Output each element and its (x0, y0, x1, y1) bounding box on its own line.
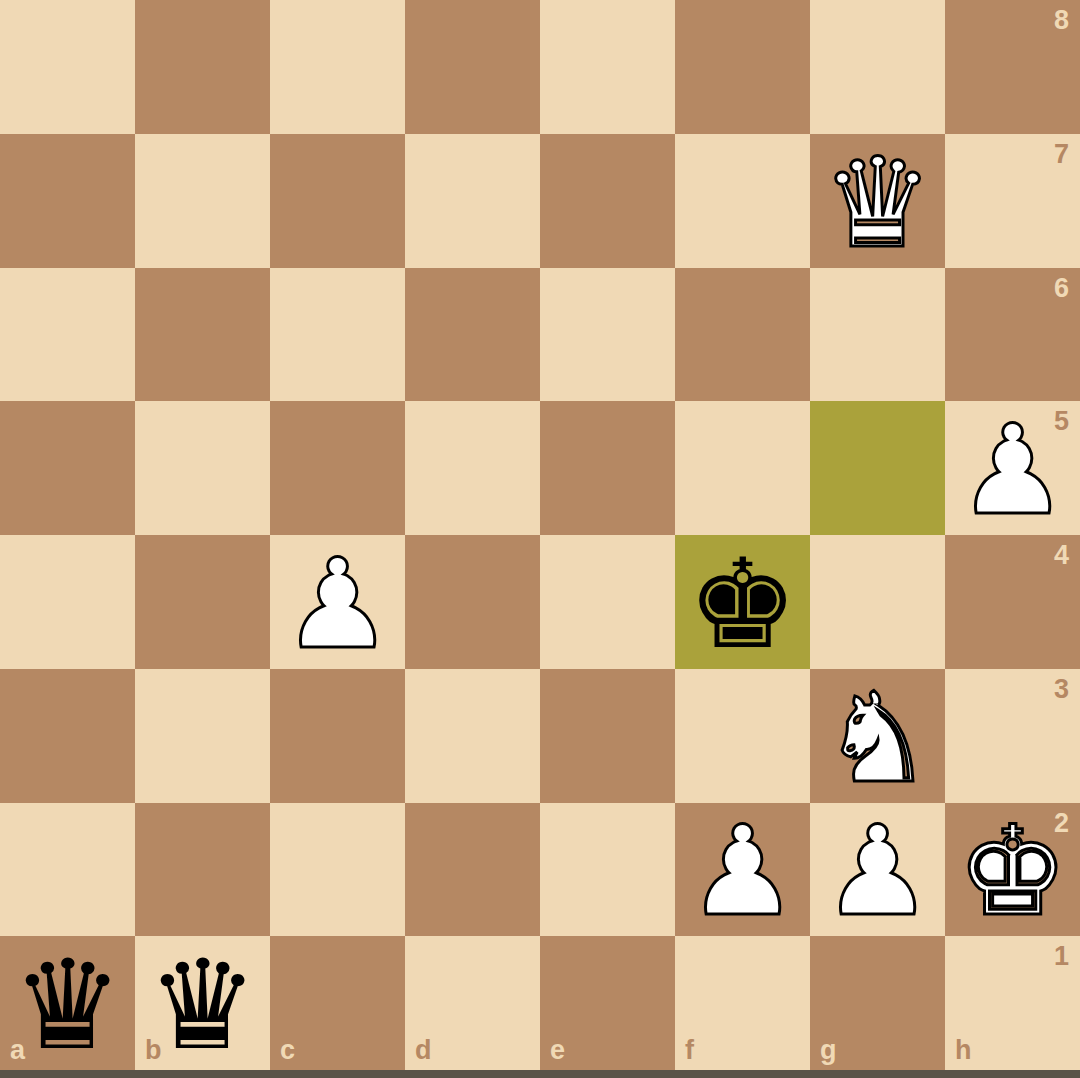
square-d2[interactable] (405, 803, 540, 937)
square-h7[interactable]: 7 (945, 134, 1080, 268)
square-g3[interactable]: ♞ (810, 669, 945, 803)
square-f4[interactable]: ♚ (675, 535, 810, 669)
square-e8[interactable] (540, 0, 675, 134)
square-d5[interactable] (405, 401, 540, 535)
square-g2[interactable]: ♟ (810, 803, 945, 937)
square-e5[interactable] (540, 401, 675, 535)
square-a1[interactable]: a♛ (0, 936, 135, 1070)
piece-white-pawn-g2[interactable]: ♟ (822, 809, 933, 933)
file-label-g: g (820, 1037, 837, 1064)
square-g4[interactable] (810, 535, 945, 669)
square-e2[interactable] (540, 803, 675, 937)
piece-white-pawn-f2[interactable]: ♟ (687, 809, 798, 933)
square-a7[interactable] (0, 134, 135, 268)
square-d1[interactable]: d (405, 936, 540, 1070)
square-c2[interactable] (270, 803, 405, 937)
square-g8[interactable] (810, 0, 945, 134)
square-c8[interactable] (270, 0, 405, 134)
square-h6[interactable]: 6 (945, 268, 1080, 402)
square-c1[interactable]: c (270, 936, 405, 1070)
square-e1[interactable]: e (540, 936, 675, 1070)
rank-label-4: 4 (1054, 542, 1069, 569)
piece-black-queen-b1[interactable]: ♛ (147, 943, 258, 1067)
rank-label-1: 1 (1054, 943, 1069, 970)
square-b3[interactable] (135, 669, 270, 803)
piece-white-pawn-h5[interactable]: ♟ (957, 408, 1068, 532)
square-b8[interactable] (135, 0, 270, 134)
square-f8[interactable] (675, 0, 810, 134)
file-label-c: c (280, 1037, 295, 1064)
square-f6[interactable] (675, 268, 810, 402)
square-h2[interactable]: 2♚ (945, 803, 1080, 937)
square-h3[interactable]: 3 (945, 669, 1080, 803)
piece-black-queen-a1[interactable]: ♛ (12, 943, 123, 1067)
square-d8[interactable] (405, 0, 540, 134)
square-b6[interactable] (135, 268, 270, 402)
square-a6[interactable] (0, 268, 135, 402)
piece-white-king-h2[interactable]: ♚ (957, 809, 1068, 933)
rank-label-3: 3 (1054, 676, 1069, 703)
square-f2[interactable]: ♟ (675, 803, 810, 937)
file-label-f: f (685, 1037, 694, 1064)
square-b1[interactable]: b♛ (135, 936, 270, 1070)
piece-white-knight-g3[interactable]: ♞ (822, 676, 933, 800)
square-b2[interactable] (135, 803, 270, 937)
square-a4[interactable] (0, 535, 135, 669)
rank-label-8: 8 (1054, 7, 1069, 34)
square-a2[interactable] (0, 803, 135, 937)
square-b5[interactable] (135, 401, 270, 535)
square-d3[interactable] (405, 669, 540, 803)
file-label-h: h (955, 1037, 972, 1064)
piece-white-queen-g7[interactable]: ♛ (822, 141, 933, 265)
square-h5[interactable]: 5♟ (945, 401, 1080, 535)
square-g7[interactable]: ♛ (810, 134, 945, 268)
square-b7[interactable] (135, 134, 270, 268)
square-c3[interactable] (270, 669, 405, 803)
square-f5[interactable] (675, 401, 810, 535)
rank-label-6: 6 (1054, 275, 1069, 302)
piece-white-pawn-c4[interactable]: ♟ (282, 542, 393, 666)
square-e3[interactable] (540, 669, 675, 803)
square-f1[interactable]: f (675, 936, 810, 1070)
square-e7[interactable] (540, 134, 675, 268)
square-c7[interactable] (270, 134, 405, 268)
rank-label-7: 7 (1054, 141, 1069, 168)
square-a5[interactable] (0, 401, 135, 535)
square-g6[interactable] (810, 268, 945, 402)
square-h1[interactable]: 1h (945, 936, 1080, 1070)
square-c6[interactable] (270, 268, 405, 402)
square-d7[interactable] (405, 134, 540, 268)
square-f3[interactable] (675, 669, 810, 803)
square-d4[interactable] (405, 535, 540, 669)
square-d6[interactable] (405, 268, 540, 402)
square-e4[interactable] (540, 535, 675, 669)
file-label-e: e (550, 1037, 565, 1064)
square-c5[interactable] (270, 401, 405, 535)
square-g5[interactable] (810, 401, 945, 535)
square-h4[interactable]: 4 (945, 535, 1080, 669)
square-a8[interactable] (0, 0, 135, 134)
square-f7[interactable] (675, 134, 810, 268)
chess-board: 8♛765♟♟♚4♞3♟♟2♚a♛b♛cdefg1h (0, 0, 1080, 1070)
piece-black-king-f4[interactable]: ♚ (687, 542, 798, 666)
square-c4[interactable]: ♟ (270, 535, 405, 669)
square-e6[interactable] (540, 268, 675, 402)
file-label-d: d (415, 1037, 432, 1064)
square-g1[interactable]: g (810, 936, 945, 1070)
square-h8[interactable]: 8 (945, 0, 1080, 134)
square-a3[interactable] (0, 669, 135, 803)
square-b4[interactable] (135, 535, 270, 669)
